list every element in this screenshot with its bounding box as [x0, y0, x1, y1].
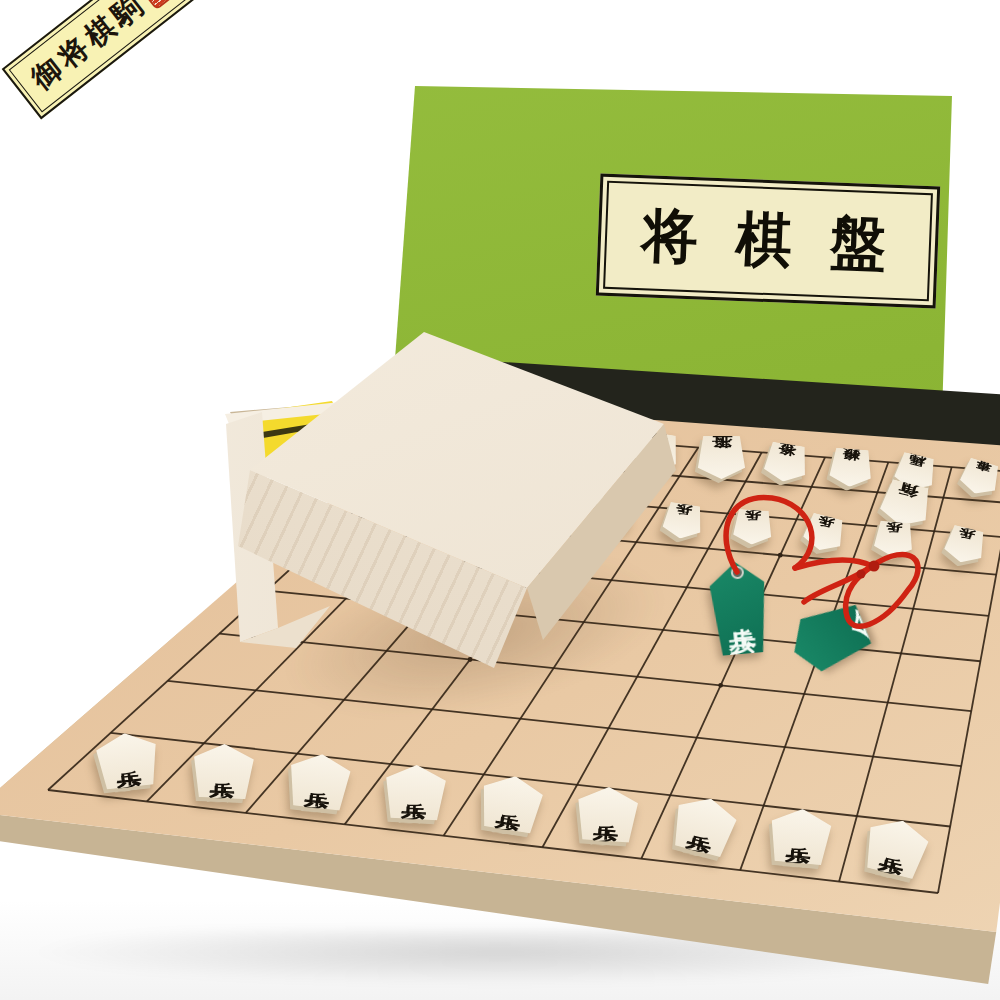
red-string-connector	[795, 560, 872, 568]
string-knot	[857, 570, 866, 579]
string-knot	[869, 561, 880, 572]
shogi-set-photo: 将棋盤 香車桂馬銀将金将玉将金将銀将桂馬香車飛車角行歩兵歩兵歩兵歩兵歩兵歩兵歩兵…	[0, 0, 1000, 1000]
red-string-loop-right	[846, 554, 918, 626]
red-string	[0, 0, 1000, 1000]
red-string-loop-left	[726, 497, 812, 572]
